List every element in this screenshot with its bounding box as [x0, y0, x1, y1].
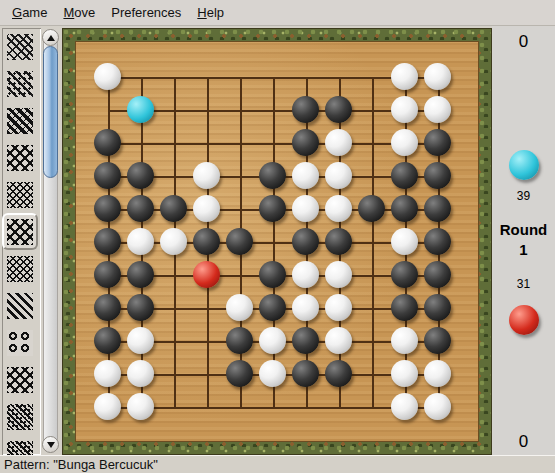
arrow-down-icon — [47, 442, 55, 448]
stone-black[interactable] — [424, 294, 451, 321]
stone-white[interactable] — [325, 327, 352, 354]
stone-cyan[interactable] — [127, 96, 154, 123]
stone-black[interactable] — [292, 327, 319, 354]
stone-white[interactable] — [424, 96, 451, 123]
board-wood-area[interactable] — [76, 42, 478, 441]
stone-white[interactable] — [127, 228, 154, 255]
arrow-up-icon — [47, 35, 55, 41]
pattern-3-thumbnail — [7, 108, 33, 134]
stone-white[interactable] — [391, 327, 418, 354]
stone-white[interactable] — [226, 294, 253, 321]
stone-black[interactable] — [94, 261, 121, 288]
stone-black[interactable] — [292, 96, 319, 123]
pattern-8-thumbnail — [7, 293, 33, 319]
stone-white[interactable] — [94, 393, 121, 420]
stone-black[interactable] — [226, 360, 253, 387]
bottom-score: 0 — [492, 432, 555, 452]
stone-black[interactable] — [94, 195, 121, 222]
pattern-1-thumbnail — [7, 34, 33, 60]
stone-black[interactable] — [94, 129, 121, 156]
stone-white[interactable] — [325, 195, 352, 222]
pattern-2-thumbnail — [7, 71, 33, 97]
round-label: Round — [492, 221, 555, 238]
stone-white[interactable] — [424, 63, 451, 90]
pattern-4-thumbnail — [7, 145, 33, 171]
stone-white[interactable] — [127, 393, 154, 420]
red-ball-icon — [509, 305, 539, 335]
score-panel: 0 39 Round 1 31 0 — [492, 26, 555, 456]
pattern-item-11[interactable] — [2, 398, 38, 435]
stone-black[interactable] — [127, 261, 154, 288]
stone-black[interactable] — [424, 162, 451, 189]
pattern-item-8[interactable] — [2, 287, 38, 324]
stone-black[interactable] — [391, 162, 418, 189]
stone-black[interactable] — [259, 195, 286, 222]
pattern-10-thumbnail — [7, 367, 33, 393]
scroll-down-button[interactable] — [42, 436, 59, 453]
stone-white[interactable] — [94, 360, 121, 387]
stone-black[interactable] — [127, 162, 154, 189]
status-bar: Pattern: "Bunga Bercucuk" — [0, 455, 555, 473]
stone-black[interactable] — [292, 129, 319, 156]
pattern-item-9[interactable] — [2, 324, 38, 361]
stone-black[interactable] — [424, 327, 451, 354]
pattern-6-thumbnail — [7, 219, 33, 245]
round-value: 1 — [492, 241, 555, 258]
stone-white[interactable] — [391, 360, 418, 387]
stone-white[interactable] — [94, 63, 121, 90]
pattern-item-2[interactable] — [2, 65, 38, 102]
pattern-5-thumbnail — [7, 182, 33, 208]
status-text: Pattern: "Bunga Bercucuk" — [4, 457, 158, 472]
menu-move[interactable]: Move — [63, 5, 95, 20]
stone-black[interactable] — [391, 261, 418, 288]
top-score: 0 — [492, 32, 555, 52]
menu-game[interactable]: Game — [12, 5, 47, 20]
stone-white[interactable] — [325, 162, 352, 189]
stone-black[interactable] — [94, 327, 121, 354]
stone-white[interactable] — [193, 162, 220, 189]
stone-white[interactable] — [292, 261, 319, 288]
stone-black[interactable] — [259, 261, 286, 288]
stone-black[interactable] — [94, 294, 121, 321]
stone-black[interactable] — [259, 162, 286, 189]
stone-black[interactable] — [193, 228, 220, 255]
pattern-item-5[interactable] — [2, 176, 38, 213]
cyan-ball-icon — [509, 150, 539, 180]
stone-white[interactable] — [160, 228, 187, 255]
stone-black[interactable] — [358, 195, 385, 222]
pattern-7-thumbnail — [7, 256, 33, 282]
pattern-item-4[interactable] — [2, 139, 38, 176]
menubar: GameMovePreferencesHelp — [0, 0, 555, 26]
stone-black[interactable] — [292, 228, 319, 255]
pattern-scrollbar[interactable] — [41, 28, 60, 455]
stone-white[interactable] — [391, 228, 418, 255]
stone-white[interactable] — [259, 327, 286, 354]
stone-black[interactable] — [127, 195, 154, 222]
stone-white[interactable] — [259, 360, 286, 387]
stone-white[interactable] — [424, 360, 451, 387]
cyan-count: 39 — [492, 189, 555, 203]
stone-white[interactable] — [325, 129, 352, 156]
stone-black[interactable] — [160, 195, 187, 222]
red-count: 31 — [492, 277, 555, 291]
stone-black[interactable] — [325, 360, 352, 387]
stone-black[interactable] — [424, 129, 451, 156]
scroll-up-button[interactable] — [42, 29, 59, 46]
pattern-item-12[interactable] — [2, 435, 38, 455]
stone-white[interactable] — [292, 294, 319, 321]
stone-white[interactable] — [325, 294, 352, 321]
stone-black[interactable] — [391, 195, 418, 222]
pattern-item-1[interactable] — [2, 28, 38, 65]
stone-black[interactable] — [226, 228, 253, 255]
stone-white[interactable] — [127, 327, 154, 354]
pattern-item-10[interactable] — [2, 361, 38, 398]
pattern-11-thumbnail — [7, 404, 33, 430]
game-board[interactable] — [62, 28, 492, 455]
stone-black[interactable] — [424, 195, 451, 222]
pattern-9-thumbnail — [7, 330, 33, 356]
stone-black[interactable] — [424, 228, 451, 255]
scrollbar-thumb[interactable] — [43, 46, 58, 178]
stone-black[interactable] — [259, 294, 286, 321]
stone-white[interactable] — [391, 96, 418, 123]
stone-black[interactable] — [325, 228, 352, 255]
pattern-item-3[interactable] — [2, 102, 38, 139]
stone-white[interactable] — [391, 63, 418, 90]
stone-black[interactable] — [94, 162, 121, 189]
stone-white[interactable] — [424, 393, 451, 420]
stone-black[interactable] — [424, 261, 451, 288]
stone-white[interactable] — [391, 129, 418, 156]
pattern-12-thumbnail — [7, 441, 33, 456]
stone-white[interactable] — [127, 360, 154, 387]
menu-help[interactable]: Help — [197, 5, 224, 20]
menu-preferences[interactable]: Preferences — [111, 5, 181, 20]
stone-black[interactable] — [94, 228, 121, 255]
stone-white[interactable] — [325, 261, 352, 288]
stones-grid[interactable] — [91, 60, 454, 423]
stone-black[interactable] — [127, 294, 154, 321]
pattern-list[interactable] — [2, 28, 41, 455]
pattern-item-6[interactable] — [2, 213, 38, 250]
stone-red[interactable] — [193, 261, 220, 288]
stone-black[interactable] — [325, 96, 352, 123]
stone-black[interactable] — [226, 327, 253, 354]
pattern-item-7[interactable] — [2, 250, 38, 287]
stone-white[interactable] — [292, 195, 319, 222]
stone-white[interactable] — [292, 162, 319, 189]
stone-black[interactable] — [391, 294, 418, 321]
stone-white[interactable] — [391, 393, 418, 420]
stone-black[interactable] — [292, 360, 319, 387]
stone-white[interactable] — [193, 195, 220, 222]
